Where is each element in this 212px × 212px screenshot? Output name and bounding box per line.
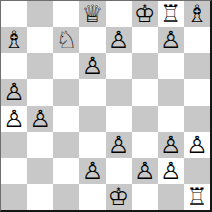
white-king-piece: ♔ <box>134 1 156 27</box>
white-pawn-piece: ♙ <box>82 53 104 79</box>
square-h2[interactable] <box>184 158 210 184</box>
square-c2[interactable] <box>53 158 79 184</box>
white-pawn-piece: ♙ <box>108 27 130 53</box>
square-h5[interactable] <box>184 79 210 105</box>
square-g6[interactable] <box>158 53 184 79</box>
square-b3[interactable] <box>27 132 53 158</box>
square-c1[interactable] <box>53 184 79 210</box>
white-rook-piece: ♖ <box>186 184 208 210</box>
square-g1[interactable] <box>158 184 184 210</box>
square-f4[interactable] <box>132 106 158 132</box>
white-pawn-piece: ♙ <box>108 132 130 158</box>
square-h1[interactable]: ♖ <box>184 184 210 210</box>
white-bishop-piece: ♗ <box>186 1 208 27</box>
square-c5[interactable] <box>53 79 79 105</box>
square-d1[interactable] <box>79 184 105 210</box>
square-d5[interactable] <box>79 79 105 105</box>
square-h8[interactable]: ♗ <box>184 1 210 27</box>
square-a8[interactable] <box>1 1 27 27</box>
square-e6[interactable] <box>106 53 132 79</box>
square-e7[interactable]: ♙ <box>106 27 132 53</box>
white-knight-piece: ♘ <box>56 27 78 53</box>
square-g3[interactable]: ♙ <box>158 132 184 158</box>
square-e4[interactable] <box>106 106 132 132</box>
white-pawn-piece: ♙ <box>29 106 51 132</box>
square-c7[interactable]: ♘ <box>53 27 79 53</box>
square-e8[interactable] <box>106 1 132 27</box>
square-g8[interactable]: ♖ <box>158 1 184 27</box>
square-g4[interactable] <box>158 106 184 132</box>
square-e5[interactable] <box>106 79 132 105</box>
square-f1[interactable] <box>132 184 158 210</box>
square-c6[interactable] <box>53 53 79 79</box>
square-b8[interactable] <box>27 1 53 27</box>
white-pawn-piece: ♙ <box>82 158 104 184</box>
white-pawn-piece: ♙ <box>160 27 182 53</box>
square-a1[interactable] <box>1 184 27 210</box>
square-d2[interactable]: ♙ <box>79 158 105 184</box>
square-a3[interactable] <box>1 132 27 158</box>
square-h7[interactable] <box>184 27 210 53</box>
square-d4[interactable] <box>79 106 105 132</box>
square-f8[interactable]: ♔ <box>132 1 158 27</box>
square-a5[interactable]: ♙ <box>1 79 27 105</box>
square-a7[interactable]: ♗ <box>1 27 27 53</box>
chess-diagram: ♕♔♖♗♗♘♙♙♙♙♙♙♙♙♙♙♙♙♔♖ <box>0 0 212 212</box>
square-c8[interactable] <box>53 1 79 27</box>
white-bishop-piece: ♗ <box>3 27 25 53</box>
square-a6[interactable] <box>1 53 27 79</box>
square-b5[interactable] <box>27 79 53 105</box>
square-h4[interactable] <box>184 106 210 132</box>
white-pawn-piece: ♙ <box>3 79 25 105</box>
square-d7[interactable] <box>79 27 105 53</box>
square-e1[interactable]: ♔ <box>106 184 132 210</box>
square-f5[interactable] <box>132 79 158 105</box>
square-e3[interactable]: ♙ <box>106 132 132 158</box>
square-f7[interactable] <box>132 27 158 53</box>
white-rook-piece: ♖ <box>160 1 182 27</box>
square-f2[interactable]: ♙ <box>132 158 158 184</box>
square-e2[interactable] <box>106 158 132 184</box>
square-f6[interactable] <box>132 53 158 79</box>
white-king-piece: ♔ <box>108 184 130 210</box>
square-g2[interactable]: ♙ <box>158 158 184 184</box>
square-c3[interactable] <box>53 132 79 158</box>
white-pawn-piece: ♙ <box>134 158 156 184</box>
square-c4[interactable] <box>53 106 79 132</box>
square-b7[interactable] <box>27 27 53 53</box>
white-pawn-piece: ♙ <box>3 106 25 132</box>
square-a4[interactable]: ♙ <box>1 106 27 132</box>
square-g7[interactable]: ♙ <box>158 27 184 53</box>
white-queen-piece: ♕ <box>82 1 104 27</box>
square-h6[interactable] <box>184 53 210 79</box>
white-pawn-piece: ♙ <box>186 132 208 158</box>
square-d3[interactable] <box>79 132 105 158</box>
square-a2[interactable] <box>1 158 27 184</box>
square-h3[interactable]: ♙ <box>184 132 210 158</box>
square-f3[interactable] <box>132 132 158 158</box>
square-b1[interactable] <box>27 184 53 210</box>
square-b4[interactable]: ♙ <box>27 106 53 132</box>
square-d6[interactable]: ♙ <box>79 53 105 79</box>
square-b2[interactable] <box>27 158 53 184</box>
white-pawn-piece: ♙ <box>160 132 182 158</box>
chess-board: ♕♔♖♗♗♘♙♙♙♙♙♙♙♙♙♙♙♙♔♖ <box>0 0 212 212</box>
white-pawn-piece: ♙ <box>160 158 182 184</box>
square-d8[interactable]: ♕ <box>79 1 105 27</box>
square-b6[interactable] <box>27 53 53 79</box>
square-g5[interactable] <box>158 79 184 105</box>
